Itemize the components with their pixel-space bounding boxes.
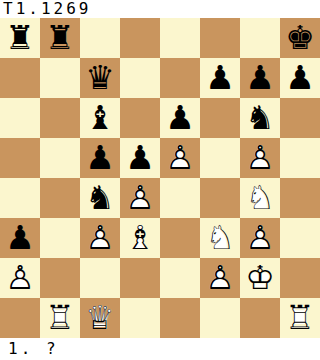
square-c6[interactable]: ♝ [80,98,120,138]
black-queen: ♛ [80,58,120,98]
white-pawn: ♟♙ [80,218,120,258]
white-pawn: ♟♙ [200,258,240,298]
square-g3[interactable]: ♟♙ [240,218,280,258]
square-h1[interactable]: ♜♖ [280,298,320,338]
square-c4[interactable]: ♞ [80,178,120,218]
square-e4[interactable] [160,178,200,218]
square-g2[interactable]: ♚♔ [240,258,280,298]
square-h8[interactable]: ♚ [280,18,320,58]
white-rook: ♜♖ [280,298,320,338]
square-f6[interactable] [200,98,240,138]
square-d3[interactable]: ♝♗ [120,218,160,258]
square-g6[interactable]: ♞ [240,98,280,138]
white-rook: ♜♖ [40,298,80,338]
square-b1[interactable]: ♜♖ [40,298,80,338]
black-rook: ♜ [0,18,40,58]
square-g8[interactable] [240,18,280,58]
black-knight: ♞ [80,178,120,218]
black-pawn: ♟ [160,98,200,138]
square-d2[interactable] [120,258,160,298]
square-d5[interactable]: ♟ [120,138,160,178]
square-a3[interactable]: ♟ [0,218,40,258]
square-g4[interactable]: ♞♘ [240,178,280,218]
black-pawn: ♟ [240,58,280,98]
square-h2[interactable] [280,258,320,298]
black-bishop: ♝ [80,98,120,138]
square-b8[interactable]: ♜ [40,18,80,58]
square-c7[interactable]: ♛ [80,58,120,98]
square-f5[interactable] [200,138,240,178]
square-a1[interactable] [0,298,40,338]
square-e2[interactable] [160,258,200,298]
white-pawn: ♟♙ [120,178,160,218]
square-g7[interactable]: ♟ [240,58,280,98]
white-pawn: ♟♙ [160,138,200,178]
square-c1[interactable]: ♛♕ [80,298,120,338]
square-a4[interactable] [0,178,40,218]
square-d8[interactable] [120,18,160,58]
black-pawn: ♟ [0,218,40,258]
square-d6[interactable] [120,98,160,138]
square-b7[interactable] [40,58,80,98]
black-rook: ♜ [40,18,80,58]
square-h4[interactable] [280,178,320,218]
square-c2[interactable] [80,258,120,298]
square-a8[interactable]: ♜ [0,18,40,58]
square-b3[interactable] [40,218,80,258]
black-king: ♚ [280,18,320,58]
square-d1[interactable] [120,298,160,338]
square-g5[interactable]: ♟♙ [240,138,280,178]
chess-board: ♜♜♚♛♟♟♟♝♟♞♟♟♟♙♟♙♞♟♙♞♘♟♟♙♝♗♞♘♟♙♟♙♟♙♚♔♜♖♛♕… [0,18,320,338]
square-b2[interactable] [40,258,80,298]
square-a2[interactable]: ♟♙ [0,258,40,298]
white-knight: ♞♘ [200,218,240,258]
square-e6[interactable]: ♟ [160,98,200,138]
white-pawn: ♟♙ [240,218,280,258]
white-pawn: ♟♙ [0,258,40,298]
square-d7[interactable] [120,58,160,98]
puzzle-title: T1.1269 [3,0,91,18]
square-a7[interactable] [0,58,40,98]
square-d4[interactable]: ♟♙ [120,178,160,218]
square-b6[interactable] [40,98,80,138]
square-c3[interactable]: ♟♙ [80,218,120,258]
white-knight: ♞♘ [240,178,280,218]
square-f3[interactable]: ♞♘ [200,218,240,258]
square-e3[interactable] [160,218,200,258]
white-queen: ♛♕ [80,298,120,338]
square-f8[interactable] [200,18,240,58]
white-king: ♚♔ [240,258,280,298]
square-b5[interactable] [40,138,80,178]
square-c8[interactable] [80,18,120,58]
black-knight: ♞ [240,98,280,138]
move-prompt: 1. ? [8,339,59,360]
square-a5[interactable] [0,138,40,178]
square-a6[interactable] [0,98,40,138]
white-pawn: ♟♙ [240,138,280,178]
square-e7[interactable] [160,58,200,98]
black-pawn: ♟ [120,138,160,178]
square-e1[interactable] [160,298,200,338]
square-f1[interactable] [200,298,240,338]
square-f2[interactable]: ♟♙ [200,258,240,298]
square-f4[interactable] [200,178,240,218]
square-b4[interactable] [40,178,80,218]
square-c5[interactable]: ♟ [80,138,120,178]
square-h7[interactable]: ♟ [280,58,320,98]
square-f7[interactable]: ♟ [200,58,240,98]
black-pawn: ♟ [80,138,120,178]
white-bishop: ♝♗ [120,218,160,258]
black-pawn: ♟ [280,58,320,98]
square-g1[interactable] [240,298,280,338]
square-h3[interactable] [280,218,320,258]
square-h6[interactable] [280,98,320,138]
square-e5[interactable]: ♟♙ [160,138,200,178]
square-h5[interactable] [280,138,320,178]
black-pawn: ♟ [200,58,240,98]
square-e8[interactable] [160,18,200,58]
